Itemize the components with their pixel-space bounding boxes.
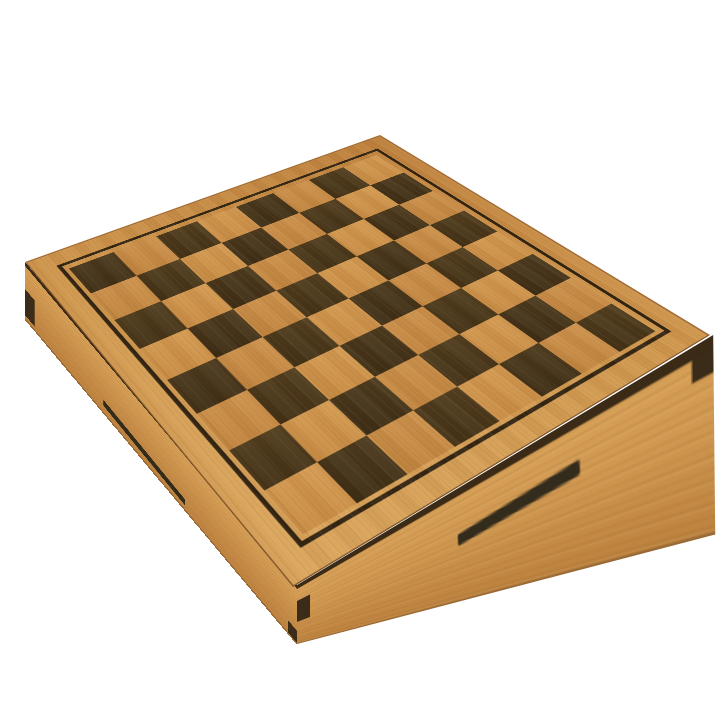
finger-joint-notch bbox=[297, 594, 310, 622]
finger-joint-notch bbox=[288, 620, 297, 643]
finger-joint-notch bbox=[25, 289, 35, 326]
product-photo-stage bbox=[0, 0, 720, 720]
